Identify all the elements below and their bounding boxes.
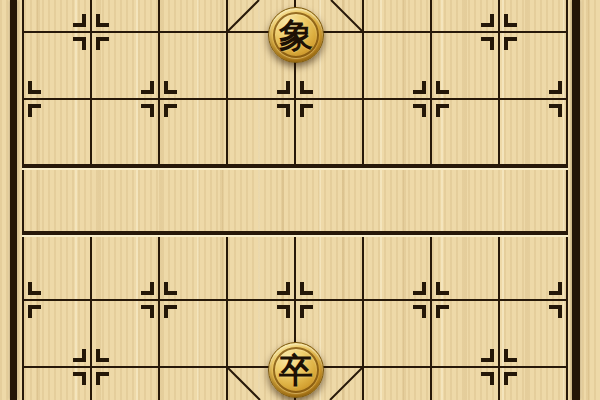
piece-black-elephant[interactable]: 象	[268, 7, 324, 63]
piece-glyph-black-soldier: 卒	[279, 353, 313, 387]
xiangqi-board: 象卒	[0, 0, 600, 400]
piece-glyph-black-elephant: 象	[279, 18, 313, 52]
piece-black-soldier[interactable]: 卒	[268, 342, 324, 398]
